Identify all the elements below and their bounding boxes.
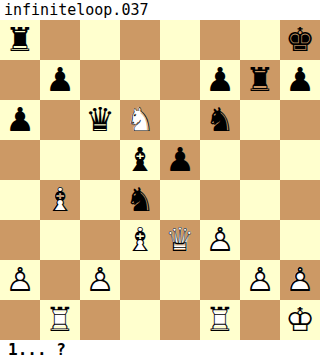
square-e5[interactable]: ♟ — [160, 140, 200, 180]
square-a6[interactable]: ♟ — [0, 100, 40, 140]
white-pawn-icon[interactable]: ♟♙ — [200, 220, 240, 260]
piece-outline-layer: ♙ — [80, 260, 120, 300]
square-f3[interactable]: ♟♙ — [200, 220, 240, 260]
piece-outline-layer: ♙ — [240, 260, 280, 300]
square-h3[interactable] — [280, 220, 320, 260]
square-g5[interactable] — [240, 140, 280, 180]
black-pawn-icon[interactable]: ♟ — [200, 60, 240, 100]
square-a1[interactable] — [0, 300, 40, 340]
piece-outline-layer: ♘ — [120, 100, 160, 140]
black-knight-icon[interactable]: ♞ — [200, 100, 240, 140]
white-king-icon[interactable]: ♚♔ — [280, 300, 320, 340]
caption-bar: 1... ? — [0, 340, 320, 360]
square-g8[interactable] — [240, 20, 280, 60]
piece-solid-layer: ♛ — [80, 100, 120, 140]
square-f8[interactable] — [200, 20, 240, 60]
white-pawn-icon[interactable]: ♟♙ — [240, 260, 280, 300]
chess-board: ♜♚♟♟♜♟♟♛♞♘♞♝♟♝♗♞♝♗♛♕♟♙♟♙♟♙♟♙♟♙♜♖♜♖♚♔ — [0, 20, 320, 340]
square-h4[interactable] — [280, 180, 320, 220]
square-g3[interactable] — [240, 220, 280, 260]
black-bishop-icon[interactable]: ♝ — [120, 140, 160, 180]
square-f5[interactable] — [200, 140, 240, 180]
piece-outline-layer: ♕ — [160, 220, 200, 260]
square-f1[interactable]: ♜♖ — [200, 300, 240, 340]
square-e4[interactable] — [160, 180, 200, 220]
square-c4[interactable] — [80, 180, 120, 220]
piece-outline-layer: ♗ — [120, 220, 160, 260]
piece-solid-layer: ♟ — [0, 100, 40, 140]
white-bishop-icon[interactable]: ♝♗ — [40, 180, 80, 220]
square-a4[interactable] — [0, 180, 40, 220]
black-rook-icon[interactable]: ♜ — [240, 60, 280, 100]
square-f2[interactable] — [200, 260, 240, 300]
square-a5[interactable] — [0, 140, 40, 180]
black-pawn-icon[interactable]: ♟ — [40, 60, 80, 100]
square-b2[interactable] — [40, 260, 80, 300]
piece-outline-layer: ♔ — [280, 300, 320, 340]
white-bishop-icon[interactable]: ♝♗ — [120, 220, 160, 260]
piece-solid-layer: ♞ — [200, 100, 240, 140]
square-c1[interactable] — [80, 300, 120, 340]
piece-outline-layer: ♖ — [200, 300, 240, 340]
square-g1[interactable] — [240, 300, 280, 340]
piece-solid-layer: ♟ — [40, 60, 80, 100]
piece-solid-layer: ♟ — [200, 60, 240, 100]
square-b7[interactable]: ♟ — [40, 60, 80, 100]
black-pawn-icon[interactable]: ♟ — [0, 100, 40, 140]
piece-outline-layer: ♖ — [40, 300, 80, 340]
move-prompt: 1... ? — [0, 340, 66, 360]
black-pawn-icon[interactable]: ♟ — [280, 60, 320, 100]
square-b4[interactable]: ♝♗ — [40, 180, 80, 220]
square-e2[interactable] — [160, 260, 200, 300]
white-knight-icon[interactable]: ♞♘ — [120, 100, 160, 140]
square-b5[interactable] — [40, 140, 80, 180]
square-f4[interactable] — [200, 180, 240, 220]
square-d7[interactable] — [120, 60, 160, 100]
square-a2[interactable]: ♟♙ — [0, 260, 40, 300]
black-rook-icon[interactable]: ♜ — [0, 20, 40, 60]
square-e1[interactable] — [160, 300, 200, 340]
black-king-icon[interactable]: ♚ — [280, 20, 320, 60]
white-rook-icon[interactable]: ♜♖ — [40, 300, 80, 340]
piece-outline-layer: ♗ — [40, 180, 80, 220]
square-d3[interactable]: ♝♗ — [120, 220, 160, 260]
piece-solid-layer: ♟ — [280, 60, 320, 100]
piece-outline-layer: ♙ — [0, 260, 40, 300]
square-a3[interactable] — [0, 220, 40, 260]
square-h8[interactable]: ♚ — [280, 20, 320, 60]
square-c8[interactable] — [80, 20, 120, 60]
square-g2[interactable]: ♟♙ — [240, 260, 280, 300]
square-c5[interactable] — [80, 140, 120, 180]
piece-solid-layer: ♞ — [120, 180, 160, 220]
square-d1[interactable] — [120, 300, 160, 340]
piece-solid-layer: ♜ — [0, 20, 40, 60]
square-c7[interactable] — [80, 60, 120, 100]
square-d5[interactable]: ♝ — [120, 140, 160, 180]
piece-solid-layer: ♚ — [280, 20, 320, 60]
square-h5[interactable] — [280, 140, 320, 180]
white-pawn-icon[interactable]: ♟♙ — [280, 260, 320, 300]
square-c3[interactable] — [80, 220, 120, 260]
square-g6[interactable] — [240, 100, 280, 140]
square-d6[interactable]: ♞♘ — [120, 100, 160, 140]
square-e8[interactable] — [160, 20, 200, 60]
white-pawn-icon[interactable]: ♟♙ — [0, 260, 40, 300]
piece-solid-layer: ♜ — [240, 60, 280, 100]
square-g7[interactable]: ♜ — [240, 60, 280, 100]
black-queen-icon[interactable]: ♛ — [80, 100, 120, 140]
square-c2[interactable]: ♟♙ — [80, 260, 120, 300]
square-h7[interactable]: ♟ — [280, 60, 320, 100]
square-h6[interactable] — [280, 100, 320, 140]
chess-puzzle-window: infiniteloop.037 ♜♚♟♟♜♟♟♛♞♘♞♝♟♝♗♞♝♗♛♕♟♙♟… — [0, 0, 320, 360]
square-a7[interactable] — [0, 60, 40, 100]
white-pawn-icon[interactable]: ♟♙ — [80, 260, 120, 300]
square-c6[interactable]: ♛ — [80, 100, 120, 140]
piece-solid-layer: ♟ — [160, 140, 200, 180]
square-e7[interactable] — [160, 60, 200, 100]
square-b1[interactable]: ♜♖ — [40, 300, 80, 340]
piece-outline-layer: ♙ — [200, 220, 240, 260]
black-knight-icon[interactable]: ♞ — [120, 180, 160, 220]
square-h2[interactable]: ♟♙ — [280, 260, 320, 300]
piece-outline-layer: ♙ — [280, 260, 320, 300]
black-pawn-icon[interactable]: ♟ — [160, 140, 200, 180]
square-h1[interactable]: ♚♔ — [280, 300, 320, 340]
square-b8[interactable] — [40, 20, 80, 60]
square-f7[interactable]: ♟ — [200, 60, 240, 100]
piece-solid-layer: ♝ — [120, 140, 160, 180]
square-g4[interactable] — [240, 180, 280, 220]
square-d4[interactable]: ♞ — [120, 180, 160, 220]
puzzle-title: infiniteloop.037 — [0, 0, 149, 20]
square-f6[interactable]: ♞ — [200, 100, 240, 140]
square-d8[interactable] — [120, 20, 160, 60]
white-queen-icon[interactable]: ♛♕ — [160, 220, 200, 260]
white-rook-icon[interactable]: ♜♖ — [200, 300, 240, 340]
square-e3[interactable]: ♛♕ — [160, 220, 200, 260]
square-d2[interactable] — [120, 260, 160, 300]
square-b6[interactable] — [40, 100, 80, 140]
title-bar: infiniteloop.037 — [0, 0, 320, 20]
square-b3[interactable] — [40, 220, 80, 260]
square-e6[interactable] — [160, 100, 200, 140]
square-a8[interactable]: ♜ — [0, 20, 40, 60]
